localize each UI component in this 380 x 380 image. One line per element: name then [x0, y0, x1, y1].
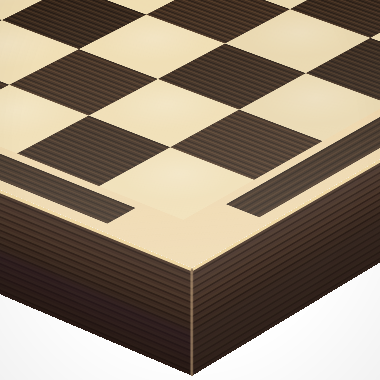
chessboard-corner-photo: [0, 0, 380, 380]
chessboard: [0, 0, 380, 268]
